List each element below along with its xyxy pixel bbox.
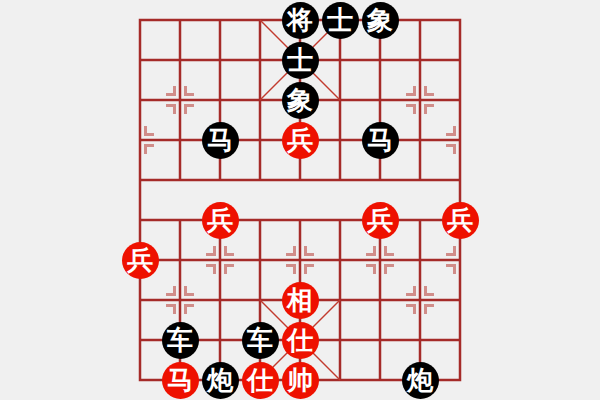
black-general[interactable]: 将 [282,2,319,39]
red-elephant[interactable]: 相 [282,282,319,319]
red-general[interactable]: 帅 [282,362,319,399]
red-pawn[interactable]: 兵 [202,202,239,239]
red-pawn[interactable]: 兵 [362,202,399,239]
pieces-layer: 将士象士象马兵马兵兵兵兵相车车仕马炮仕帅炮 [120,0,480,400]
red-pawn[interactable]: 兵 [282,122,319,159]
black-advisor[interactable]: 士 [322,2,359,39]
black-cannon[interactable]: 炮 [402,362,439,399]
black-advisor[interactable]: 士 [282,42,319,79]
black-chariot[interactable]: 车 [162,322,199,359]
black-elephant[interactable]: 象 [282,82,319,119]
red-advisor[interactable]: 仕 [282,322,319,359]
black-cannon[interactable]: 炮 [202,362,239,399]
red-pawn[interactable]: 兵 [442,202,479,239]
red-advisor[interactable]: 仕 [242,362,279,399]
black-horse[interactable]: 马 [362,122,399,159]
black-chariot[interactable]: 车 [242,322,279,359]
black-elephant[interactable]: 象 [362,2,399,39]
xiangqi-board[interactable]: 将士象士象马兵马兵兵兵兵相车车仕马炮仕帅炮 [0,0,600,400]
red-horse[interactable]: 马 [162,362,199,399]
red-pawn[interactable]: 兵 [122,242,159,279]
black-horse[interactable]: 马 [202,122,239,159]
